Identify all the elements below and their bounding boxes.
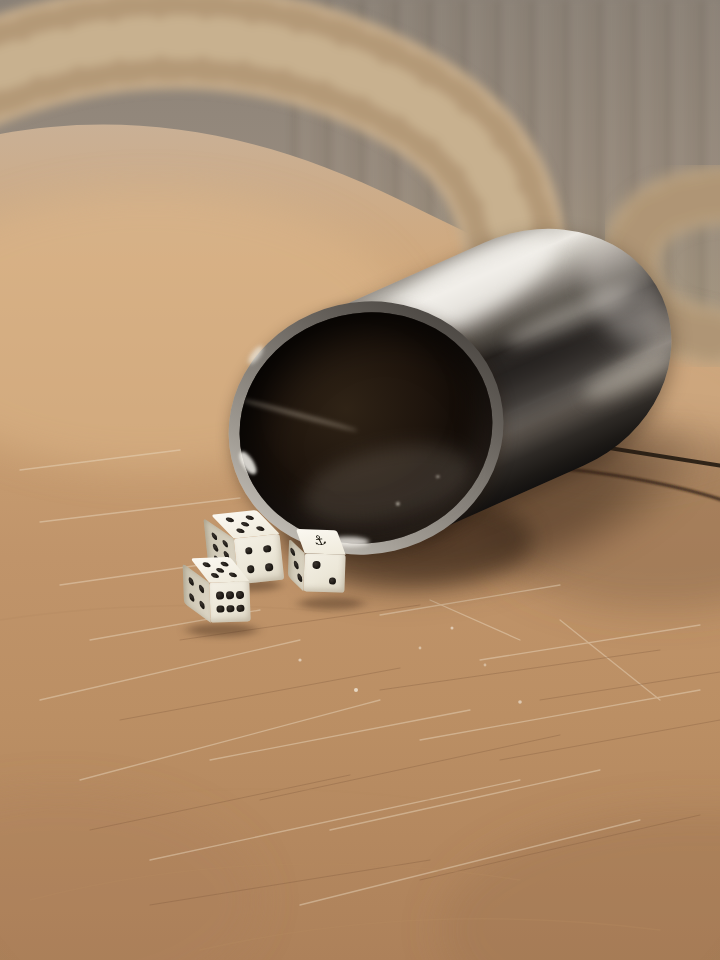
ace-anchor-mark: ⚓ [310, 534, 329, 548]
die-pip [245, 547, 253, 555]
die-pip [199, 584, 204, 594]
die-pip [222, 538, 228, 548]
die-pip [219, 562, 230, 567]
die-pip [294, 559, 299, 570]
die-pip [210, 573, 221, 578]
die-pip [227, 572, 238, 577]
die-pip [226, 605, 234, 613]
die-pip [214, 567, 225, 572]
die-pip [329, 577, 337, 585]
die-pip [236, 605, 244, 613]
die-pip [188, 576, 193, 586]
die-right[interactable]: ⚓ [303, 553, 345, 592]
die-pip [224, 517, 235, 522]
die-pip [263, 545, 271, 553]
die-pip [226, 591, 234, 599]
die-shadow [292, 596, 370, 611]
die-pip [201, 562, 212, 567]
die-face-front [209, 581, 250, 622]
die-pip [234, 528, 245, 533]
die-pip [297, 572, 302, 583]
die-pip [313, 561, 321, 569]
die-pip [239, 522, 250, 527]
die-pip [290, 547, 295, 558]
die-pip [236, 591, 244, 599]
die-pip [216, 605, 224, 613]
die-pip [265, 563, 273, 571]
die-shadow [180, 622, 264, 638]
die-pip [247, 565, 255, 573]
die-pip [189, 592, 194, 602]
die-front-left[interactable] [209, 581, 250, 622]
die-pip [244, 515, 255, 520]
die-pip [216, 592, 224, 600]
dice-roll-photo: ⚓ [0, 0, 720, 960]
die-pip [255, 526, 266, 531]
die-pip [212, 531, 218, 541]
die-pip [200, 600, 205, 610]
die-pip [213, 543, 219, 553]
die-face-front [303, 553, 345, 592]
